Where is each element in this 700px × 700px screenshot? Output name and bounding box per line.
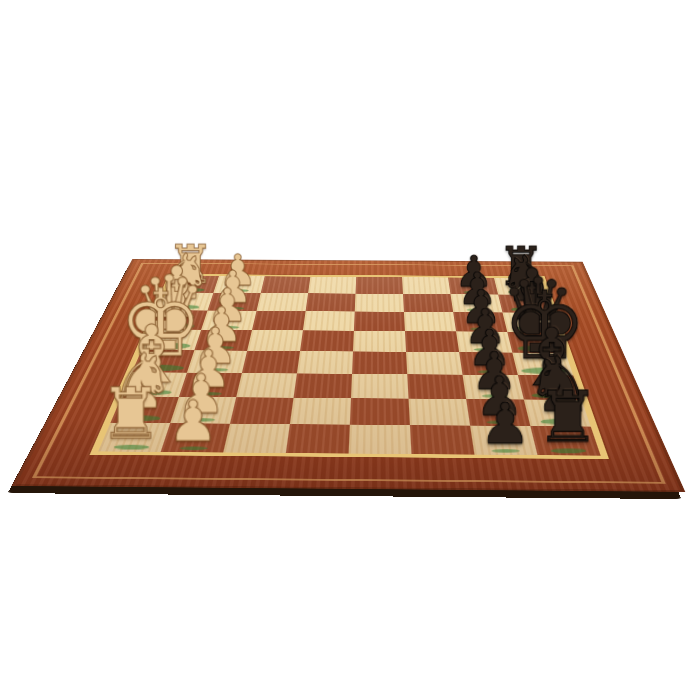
- product-photo-scene: ♜♞♝♛♚♝♞♜♟♟♟♟♟♟♟♟♟♟♟♟♟♟♟♟♜♞♝♛♚♝♞♜: [0, 0, 700, 700]
- square-h5[interactable]: [349, 425, 412, 454]
- square-g4[interactable]: [290, 398, 351, 425]
- square-h4[interactable]: [286, 424, 350, 453]
- chess-board: ♜♞♝♛♚♝♞♜♟♟♟♟♟♟♟♟♟♟♟♟♟♟♟♟♜♞♝♛♚♝♞♜: [12, 259, 686, 492]
- square-f4[interactable]: [294, 373, 352, 398]
- square-g5[interactable]: [350, 398, 410, 425]
- square-e4[interactable]: [297, 351, 353, 374]
- square-f5[interactable]: [351, 374, 409, 399]
- square-e5[interactable]: [352, 351, 407, 374]
- white-pawn-glyph: ♟: [134, 392, 253, 448]
- black-rook-glyph: ♜: [508, 381, 627, 452]
